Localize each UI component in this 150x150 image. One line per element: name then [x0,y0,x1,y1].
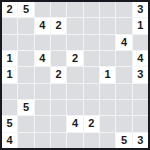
cell-r5c3[interactable] [35,67,50,82]
cell-r5c8[interactable] [116,67,131,82]
cell-r3c2[interactable] [18,35,33,50]
cell-r4c8[interactable] [116,51,131,66]
cell-r5c9-clue: 3 [133,67,148,82]
cell-r9c1-clue: 4 [2,133,17,148]
cell-r6c8[interactable] [116,84,131,99]
cell-r3c8-clue: 4 [116,35,131,50]
cell-r2c4-clue: 2 [51,18,66,33]
cell-r2c1[interactable] [2,18,17,33]
cell-r1c9-clue: 3 [133,2,148,17]
cell-r8c6-clue: 2 [84,116,99,131]
cell-r3c1[interactable] [2,35,17,50]
cell-r9c3[interactable] [35,133,50,148]
cell-r8c8[interactable] [116,116,131,131]
cell-r3c6[interactable] [84,35,99,50]
cell-r6c1[interactable] [2,84,17,99]
cell-r9c9-clue: 3 [133,133,148,148]
cell-r7c2-clue: 5 [18,100,33,115]
cell-r5c5[interactable] [67,67,82,82]
cell-r9c4[interactable] [51,133,66,148]
cell-r2c5[interactable] [67,18,82,33]
cell-r1c2-clue: 5 [18,2,33,17]
cell-r1c3[interactable] [35,2,50,17]
cell-r1c6[interactable] [84,2,99,17]
cell-r2c8[interactable] [116,18,131,33]
cell-r9c7[interactable] [100,133,115,148]
cell-r4c1-clue: 1 [2,51,17,66]
cell-r9c8-clue: 5 [116,133,131,148]
puzzle-board: 2534214142412135542453 [0,0,150,150]
cell-r5c2[interactable] [18,67,33,82]
cell-r3c4[interactable] [51,35,66,50]
cell-r3c3[interactable] [35,35,50,50]
cell-r6c3[interactable] [35,84,50,99]
cell-r4c5-clue: 2 [67,51,82,66]
cell-r7c1[interactable] [2,100,17,115]
cell-r1c8[interactable] [116,2,131,17]
cell-r2c2[interactable] [18,18,33,33]
cell-r1c5[interactable] [67,2,82,17]
cell-r8c1-clue: 5 [2,116,17,131]
cell-r4c2[interactable] [18,51,33,66]
cell-r7c9[interactable] [133,100,148,115]
cell-r5c6[interactable] [84,67,99,82]
cell-r7c8[interactable] [116,100,131,115]
cell-r6c2[interactable] [18,84,33,99]
cell-r3c9[interactable] [133,35,148,50]
cell-r1c4[interactable] [51,2,66,17]
cell-r7c5[interactable] [67,100,82,115]
cell-r6c4[interactable] [51,84,66,99]
cell-r1c1-clue: 2 [2,2,17,17]
cell-r3c5[interactable] [67,35,82,50]
cell-r1c7[interactable] [100,2,115,17]
cell-r6c5[interactable] [67,84,82,99]
cell-r3c7[interactable] [100,35,115,50]
cell-r6c6[interactable] [84,84,99,99]
cell-r8c7[interactable] [100,116,115,131]
cell-r4c7[interactable] [100,51,115,66]
cell-r7c6[interactable] [84,100,99,115]
cell-r9c2[interactable] [18,133,33,148]
cell-r2c3-clue: 4 [35,18,50,33]
cell-r5c7-clue: 1 [100,67,115,82]
cell-r2c7[interactable] [100,18,115,33]
cell-r5c4-clue: 2 [51,67,66,82]
cell-r8c2[interactable] [18,116,33,131]
cell-r4c6[interactable] [84,51,99,66]
cell-r7c7[interactable] [100,100,115,115]
cell-r5c1-clue: 1 [2,67,17,82]
cell-r4c3-clue: 4 [35,51,50,66]
cell-r6c7[interactable] [100,84,115,99]
cell-r8c5-clue: 4 [67,116,82,131]
cell-r4c9-clue: 4 [133,51,148,66]
cell-r7c4[interactable] [51,100,66,115]
cell-r6c9[interactable] [133,84,148,99]
cell-r9c6[interactable] [84,133,99,148]
cell-r2c9-clue: 1 [133,18,148,33]
cell-r8c9[interactable] [133,116,148,131]
cell-r4c4[interactable] [51,51,66,66]
cell-r8c3[interactable] [35,116,50,131]
cell-r7c3[interactable] [35,100,50,115]
cell-r9c5[interactable] [67,133,82,148]
cell-r8c4[interactable] [51,116,66,131]
cell-r2c6[interactable] [84,18,99,33]
